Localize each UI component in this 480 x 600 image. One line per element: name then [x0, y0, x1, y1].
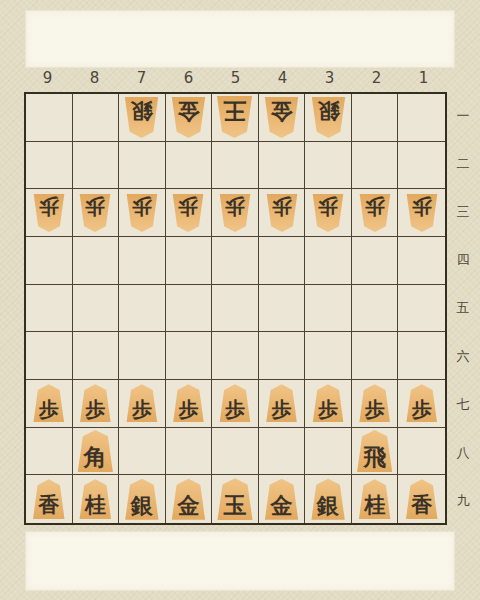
board-cell-8c[interactable]: 歩 — [73, 189, 120, 237]
board-cell-4a[interactable]: 金 — [259, 94, 306, 142]
gote-pawn-piece-4c[interactable]: 歩 — [265, 194, 299, 232]
piece-kanji: 金 — [271, 495, 293, 520]
board-cell-3h[interactable] — [305, 428, 352, 476]
board-cell-4g[interactable]: 歩 — [259, 380, 306, 428]
sente-pawn-piece-9g[interactable]: 歩 — [32, 384, 66, 422]
board-cell-6e[interactable] — [166, 285, 213, 333]
board-cell-5c[interactable]: 歩 — [212, 189, 259, 237]
gote-king-piece-5a[interactable]: 王 — [215, 96, 254, 138]
piece-kanji: 桂 — [85, 495, 106, 519]
board-cell-9i[interactable]: 香 — [26, 475, 73, 523]
board-cell-5g[interactable]: 歩 — [212, 380, 259, 428]
piece-kanji: 歩 — [365, 399, 385, 422]
rank-label-6: 六 — [449, 333, 477, 381]
file-label-1: 1 — [400, 66, 447, 90]
rank-label-5: 五 — [449, 284, 477, 332]
sente-king-piece-5i[interactable]: 玉 — [215, 478, 254, 520]
board-cell-1d[interactable] — [398, 237, 445, 285]
board-cell-3b[interactable] — [305, 142, 352, 190]
piece-kanji: 銀 — [131, 495, 153, 520]
board-cell-9g[interactable]: 歩 — [26, 380, 73, 428]
piece-kanji: 歩 — [225, 194, 245, 217]
file-label-6: 6 — [165, 66, 212, 90]
board-cell-5h[interactable] — [212, 428, 259, 476]
rank-label-3: 三 — [449, 188, 477, 236]
board-cell-2c[interactable]: 歩 — [352, 189, 399, 237]
file-label-3: 3 — [306, 66, 353, 90]
board-cell-9e[interactable] — [26, 285, 73, 333]
piece-kanji: 王 — [223, 96, 246, 122]
piece-kanji: 角 — [84, 446, 107, 472]
board-cell-2b[interactable] — [352, 142, 399, 190]
sente-lance-piece-9i[interactable]: 香 — [31, 479, 66, 519]
board-cell-7h[interactable] — [119, 428, 166, 476]
board-cell-2a[interactable] — [352, 94, 399, 142]
board-cell-8a[interactable] — [73, 94, 120, 142]
board-cell-1f[interactable] — [398, 332, 445, 380]
piece-kanji: 金 — [177, 495, 199, 520]
piece-kanji: 歩 — [272, 194, 292, 217]
board-cell-5f[interactable] — [212, 332, 259, 380]
board-cell-7f[interactable] — [119, 332, 166, 380]
sente-gold-piece-6i[interactable]: 金 — [170, 479, 207, 520]
board-cell-2g[interactable]: 歩 — [352, 380, 399, 428]
rank-label-2: 二 — [449, 140, 477, 188]
board-cell-6i[interactable]: 金 — [166, 475, 213, 523]
piece-kanji: 香 — [411, 495, 432, 519]
board-cell-2i[interactable]: 桂 — [352, 475, 399, 523]
board-cell-1b[interactable] — [398, 142, 445, 190]
board-cell-8b[interactable] — [73, 142, 120, 190]
board-cell-3i[interactable]: 銀 — [305, 475, 352, 523]
gote-pawn-piece-5c[interactable]: 歩 — [218, 194, 252, 232]
board-cell-7d[interactable] — [119, 237, 166, 285]
board-cell-6g[interactable]: 歩 — [166, 380, 213, 428]
board-cell-2h[interactable]: 飛 — [352, 428, 399, 476]
board-cell-4f[interactable] — [259, 332, 306, 380]
piece-kanji: 歩 — [39, 194, 59, 217]
rank-labels: 一二三四五六七八九 — [449, 92, 477, 525]
board-cell-9c[interactable]: 歩 — [26, 189, 73, 237]
piece-kanji: 歩 — [412, 399, 432, 422]
board-cell-7g[interactable]: 歩 — [119, 380, 166, 428]
gote-gold-piece-6a[interactable]: 金 — [170, 97, 207, 138]
board-cell-3a[interactable]: 銀 — [305, 94, 352, 142]
board-cell-7e[interactable] — [119, 285, 166, 333]
piece-kanji: 銀 — [131, 97, 153, 122]
board-cell-5b[interactable] — [212, 142, 259, 190]
board-cell-8d[interactable] — [73, 237, 120, 285]
gote-silver-piece-7a[interactable]: 銀 — [123, 97, 160, 138]
sente-pawn-piece-8g[interactable]: 歩 — [78, 384, 112, 422]
gote-gold-piece-4a[interactable]: 金 — [263, 97, 300, 138]
gote-pawn-piece-6c[interactable]: 歩 — [171, 194, 205, 232]
file-label-5: 5 — [212, 66, 259, 90]
sente-pawn-piece-7g[interactable]: 歩 — [125, 384, 159, 422]
board-cell-9a[interactable] — [26, 94, 73, 142]
board-cell-1i[interactable]: 香 — [398, 475, 445, 523]
sente-pawn-piece-3g[interactable]: 歩 — [311, 384, 345, 422]
piece-kanji: 歩 — [39, 399, 59, 422]
board-cell-6d[interactable] — [166, 237, 213, 285]
piece-kanji: 飛 — [363, 446, 386, 472]
piece-kanji: 金 — [177, 97, 199, 122]
board-cell-7a[interactable]: 銀 — [119, 94, 166, 142]
file-labels: 987654321 — [24, 66, 447, 90]
board-cell-4d[interactable] — [259, 237, 306, 285]
board-cell-3e[interactable] — [305, 285, 352, 333]
board-cell-1g[interactable]: 歩 — [398, 380, 445, 428]
piece-kanji: 銀 — [317, 495, 339, 520]
shogi-board: 銀金王金銀歩歩歩歩歩歩歩歩歩歩歩歩歩歩歩歩歩歩角飛香桂銀金玉金銀桂香 — [24, 92, 447, 525]
piece-kanji: 歩 — [318, 194, 338, 217]
piece-kanji: 玉 — [223, 494, 246, 520]
gote-piece-stand — [26, 11, 454, 67]
sente-pawn-piece-1g[interactable]: 歩 — [405, 384, 439, 422]
piece-kanji: 歩 — [225, 399, 245, 422]
gote-pawn-piece-2c[interactable]: 歩 — [358, 194, 392, 232]
piece-kanji: 歩 — [272, 399, 292, 422]
board-cell-4e[interactable] — [259, 285, 306, 333]
file-label-4: 4 — [259, 66, 306, 90]
gote-pawn-piece-8c[interactable]: 歩 — [78, 194, 112, 232]
board-cell-4b[interactable] — [259, 142, 306, 190]
rank-label-7: 七 — [449, 381, 477, 429]
sente-knight-piece-8i[interactable]: 桂 — [78, 479, 113, 519]
rank-label-8: 八 — [449, 429, 477, 477]
sente-piece-stand — [26, 532, 454, 590]
sente-pawn-piece-2g[interactable]: 歩 — [358, 384, 392, 422]
board-cell-8f[interactable] — [73, 332, 120, 380]
board-cell-8e[interactable] — [73, 285, 120, 333]
board-cell-4c[interactable]: 歩 — [259, 189, 306, 237]
sente-pawn-piece-4g[interactable]: 歩 — [265, 384, 299, 422]
board-cell-6c[interactable]: 歩 — [166, 189, 213, 237]
board-cell-9h[interactable] — [26, 428, 73, 476]
board-cell-7c[interactable]: 歩 — [119, 189, 166, 237]
piece-kanji: 歩 — [132, 194, 152, 217]
sente-rook-piece-2h[interactable]: 飛 — [355, 430, 394, 472]
board-cell-5d[interactable] — [212, 237, 259, 285]
board-cell-6h[interactable] — [166, 428, 213, 476]
board-cell-5e[interactable] — [212, 285, 259, 333]
gote-pawn-piece-7c[interactable]: 歩 — [125, 194, 159, 232]
board-cell-4i[interactable]: 金 — [259, 475, 306, 523]
file-label-8: 8 — [71, 66, 118, 90]
sente-bishop-piece-8h[interactable]: 角 — [76, 430, 115, 472]
piece-kanji: 桂 — [364, 495, 385, 519]
file-label-2: 2 — [353, 66, 400, 90]
sente-lance-piece-1i[interactable]: 香 — [404, 479, 439, 519]
board-cell-7b[interactable] — [119, 142, 166, 190]
board-cell-5a[interactable]: 王 — [212, 94, 259, 142]
board-cell-9d[interactable] — [26, 237, 73, 285]
board-cell-6a[interactable]: 金 — [166, 94, 213, 142]
board-cell-8g[interactable]: 歩 — [73, 380, 120, 428]
board-cell-9b[interactable] — [26, 142, 73, 190]
board-cell-7i[interactable]: 銀 — [119, 475, 166, 523]
board-cell-3g[interactable]: 歩 — [305, 380, 352, 428]
board-cell-3c[interactable]: 歩 — [305, 189, 352, 237]
sente-pawn-piece-5g[interactable]: 歩 — [218, 384, 252, 422]
board-cell-2e[interactable] — [352, 285, 399, 333]
sente-knight-piece-2i[interactable]: 桂 — [357, 479, 392, 519]
rank-label-4: 四 — [449, 236, 477, 284]
board-cell-6b[interactable] — [166, 142, 213, 190]
gote-pawn-piece-3c[interactable]: 歩 — [311, 194, 345, 232]
file-label-9: 9 — [24, 66, 71, 90]
piece-kanji: 歩 — [85, 399, 105, 422]
board-cell-4h[interactable] — [259, 428, 306, 476]
board-cell-2d[interactable] — [352, 237, 399, 285]
sente-silver-piece-7i[interactable]: 銀 — [123, 479, 160, 520]
board-cell-1c[interactable]: 歩 — [398, 189, 445, 237]
rank-label-9: 九 — [449, 477, 477, 525]
board-cell-1a[interactable] — [398, 94, 445, 142]
board-cell-5i[interactable]: 玉 — [212, 475, 259, 523]
board-cell-9f[interactable] — [26, 332, 73, 380]
board-cell-1h[interactable] — [398, 428, 445, 476]
rank-label-1: 一 — [449, 92, 477, 140]
board-cell-3d[interactable] — [305, 237, 352, 285]
piece-kanji: 歩 — [178, 399, 198, 422]
sente-pawn-piece-6g[interactable]: 歩 — [171, 384, 205, 422]
piece-kanji: 歩 — [85, 194, 105, 217]
board-cell-6f[interactable] — [166, 332, 213, 380]
piece-kanji: 歩 — [178, 194, 198, 217]
piece-kanji: 銀 — [317, 97, 339, 122]
piece-kanji: 歩 — [412, 194, 432, 217]
sente-silver-piece-3i[interactable]: 銀 — [310, 479, 347, 520]
sente-gold-piece-4i[interactable]: 金 — [263, 479, 300, 520]
piece-kanji: 金 — [271, 97, 293, 122]
piece-kanji: 香 — [38, 495, 59, 519]
file-label-7: 7 — [118, 66, 165, 90]
piece-kanji: 歩 — [318, 399, 338, 422]
board-cell-3f[interactable] — [305, 332, 352, 380]
board-cell-2f[interactable] — [352, 332, 399, 380]
board-cell-1e[interactable] — [398, 285, 445, 333]
piece-kanji: 歩 — [132, 399, 152, 422]
board-cell-8h[interactable]: 角 — [73, 428, 120, 476]
gote-pawn-piece-1c[interactable]: 歩 — [405, 194, 439, 232]
gote-pawn-piece-9c[interactable]: 歩 — [32, 194, 66, 232]
board-cell-8i[interactable]: 桂 — [73, 475, 120, 523]
gote-silver-piece-3a[interactable]: 銀 — [310, 97, 347, 138]
piece-kanji: 歩 — [365, 194, 385, 217]
